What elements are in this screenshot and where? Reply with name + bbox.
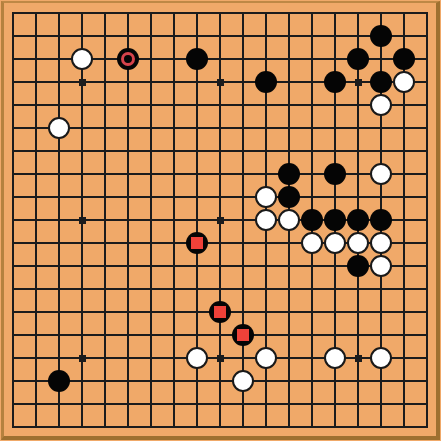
stone-black: [324, 163, 346, 185]
square-marker: [237, 329, 249, 341]
square-marker: [191, 237, 203, 249]
stone-black: [255, 71, 277, 93]
square-marker: [214, 306, 226, 318]
star-point: [217, 217, 224, 224]
circle-marker: [121, 52, 135, 66]
stone-white: [324, 232, 346, 254]
stone-black: [278, 163, 300, 185]
star-point: [79, 217, 86, 224]
stone-black: [186, 232, 208, 254]
stone-white: [301, 232, 323, 254]
stone-white: [370, 255, 392, 277]
stone-black: [301, 209, 323, 231]
stone-white: [393, 71, 415, 93]
stone-white: [370, 163, 392, 185]
stone-black: [324, 209, 346, 231]
stone-black: [232, 324, 254, 346]
stone-black: [370, 71, 392, 93]
grid-line-vertical: [242, 12, 244, 428]
stone-black: [209, 301, 231, 323]
grid-line-horizontal: [12, 380, 428, 382]
stone-white: [324, 347, 346, 369]
stone-black: [347, 209, 369, 231]
star-point: [355, 79, 362, 86]
stone-black: [324, 71, 346, 93]
stone-black: [48, 370, 70, 392]
grid-line-vertical: [426, 12, 428, 428]
grid-line-horizontal: [12, 403, 428, 405]
stone-white: [255, 347, 277, 369]
stone-black: [347, 48, 369, 70]
stone-white: [347, 232, 369, 254]
stone-white: [370, 232, 392, 254]
go-board: [0, 0, 441, 441]
grid-line-horizontal: [12, 288, 428, 290]
stone-white: [370, 347, 392, 369]
star-point: [217, 79, 224, 86]
stone-white: [370, 94, 392, 116]
stone-black: [370, 25, 392, 47]
stone-white: [278, 209, 300, 231]
stone-white: [48, 117, 70, 139]
grid-line-horizontal: [12, 334, 428, 336]
star-point: [79, 355, 86, 362]
stone-white: [255, 186, 277, 208]
grid-line-horizontal: [12, 426, 428, 428]
stone-black: [347, 255, 369, 277]
stone-white: [71, 48, 93, 70]
star-point: [355, 355, 362, 362]
star-point: [217, 355, 224, 362]
go-diagram: [0, 0, 441, 441]
stone-black: [117, 48, 139, 70]
stone-black: [278, 186, 300, 208]
stone-white: [255, 209, 277, 231]
stone-white: [186, 347, 208, 369]
stone-white: [232, 370, 254, 392]
stone-black: [370, 209, 392, 231]
stone-black: [393, 48, 415, 70]
stone-black: [186, 48, 208, 70]
star-point: [79, 79, 86, 86]
